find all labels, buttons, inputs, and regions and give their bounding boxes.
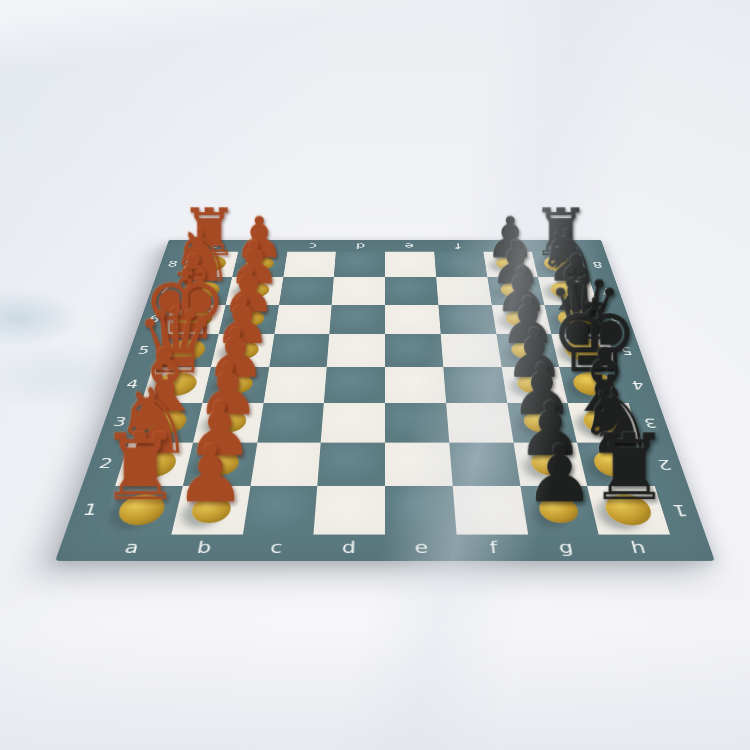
file-label-far-g: g <box>481 240 532 252</box>
board-mat: abcdefgh abcdefgh 87654321 87654321 ♜♟♟♜… <box>55 240 715 561</box>
piece-red-rook-a1: ♜ <box>100 486 183 535</box>
file-label-b: b <box>165 535 243 561</box>
file-label-far-e: e <box>385 240 434 252</box>
file-label-far-h: h <box>529 240 581 252</box>
file-label-far-a: a <box>189 240 241 252</box>
file-label-e: e <box>385 535 458 561</box>
file-label-h: h <box>599 535 679 561</box>
file-label-far-b: b <box>238 240 289 252</box>
piece-black-pawn-g1: ♟ <box>520 486 599 535</box>
file-label-d: d <box>312 535 385 561</box>
pieces-layer: ♜♟♟♜♞♟♟♞♝♟♟♝♚♟♟♛♛♟♟♚♝♟♟♝♞♟♟♞♜♟♟♜ <box>100 252 671 535</box>
chess-board: abcdefgh abcdefgh 87654321 87654321 ♜♟♟♜… <box>55 240 715 561</box>
file-label-far-d: d <box>336 240 385 252</box>
piece-black-rook-h1: ♜ <box>587 486 670 535</box>
file-label-g: g <box>528 535 606 561</box>
piece-red-pawn-b1: ♟ <box>171 486 250 535</box>
file-labels-far: abcdefgh <box>189 240 581 252</box>
pawn-glyph: ♟ <box>524 434 595 513</box>
file-labels-near: abcdefgh <box>91 535 678 561</box>
file-label-a: a <box>91 535 171 561</box>
rook-glyph: ♜ <box>100 422 182 513</box>
file-label-far-f: f <box>433 240 483 252</box>
rook-glyph: ♜ <box>588 422 670 513</box>
photo-scene: abcdefgh abcdefgh 87654321 87654321 ♜♟♟♜… <box>0 0 750 750</box>
file-label-far-c: c <box>287 240 337 252</box>
file-label-f: f <box>456 535 531 561</box>
pawn-glyph: ♟ <box>175 434 246 513</box>
file-label-c: c <box>238 535 313 561</box>
